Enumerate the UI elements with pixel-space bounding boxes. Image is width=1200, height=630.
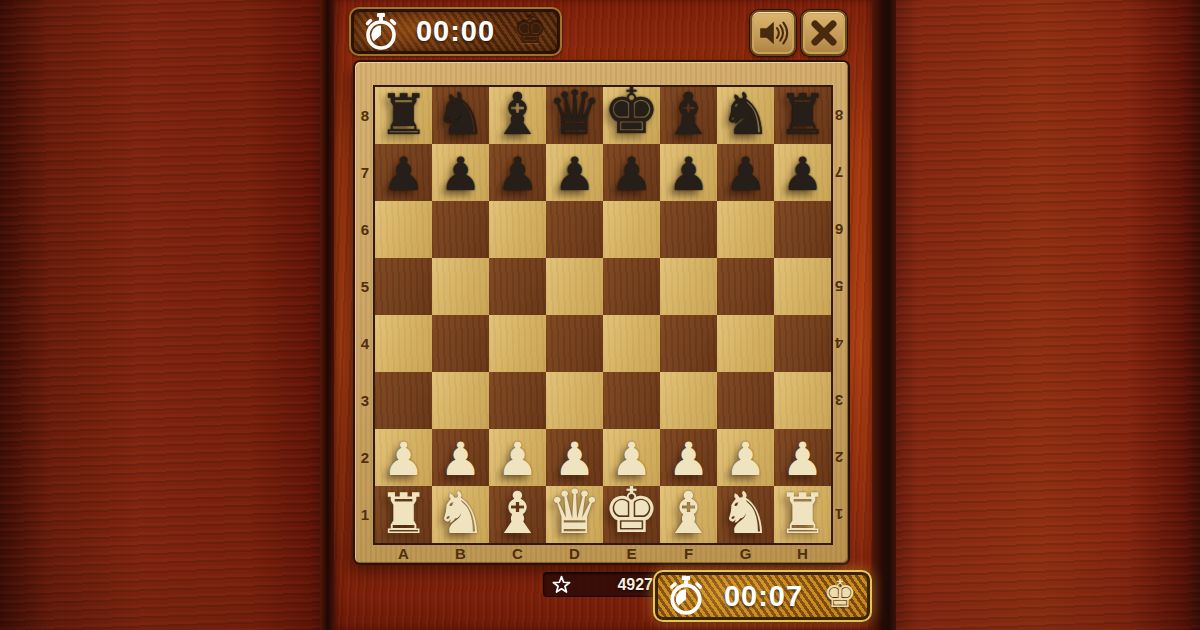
white-timer: 00:07 ♚ [653, 570, 872, 622]
piece-white-rook[interactable]: ♜ [378, 486, 428, 542]
piece-white-knight[interactable]: ♞ [435, 484, 487, 542]
square-g2[interactable]: ♟ [717, 429, 774, 486]
square-a2[interactable]: ♟ [375, 429, 432, 486]
square-b7[interactable]: ♟ [432, 144, 489, 201]
white-timer-value: 00:07 [724, 580, 803, 613]
file-label-e: E [603, 543, 660, 563]
square-d7[interactable]: ♟ [546, 144, 603, 201]
square-h8[interactable]: ♜ [774, 87, 831, 144]
rank-label-7: 7 [355, 144, 375, 201]
square-d5[interactable] [546, 258, 603, 315]
square-g5[interactable] [717, 258, 774, 315]
square-h3[interactable] [774, 372, 831, 429]
file-label-d: D [546, 543, 603, 563]
square-b2[interactable]: ♟ [432, 429, 489, 486]
rank-label-5: 5 [355, 258, 375, 315]
piece-black-rook[interactable]: ♜ [777, 87, 827, 143]
rank-label-1: 1 [355, 486, 375, 543]
square-d3[interactable] [546, 372, 603, 429]
rank-label-4: 4 [830, 315, 848, 372]
rank-label-6: 6 [355, 201, 375, 258]
piece-white-bishop[interactable]: ♝ [663, 484, 715, 542]
square-c6[interactable] [489, 201, 546, 258]
black-king-icon: ♚ [513, 11, 547, 49]
stopwatch-icon [668, 576, 704, 616]
square-c8[interactable]: ♝ [489, 87, 546, 144]
square-a6[interactable] [375, 201, 432, 258]
square-f1[interactable]: ♝ [660, 486, 717, 543]
rank-label-7: 7 [830, 144, 848, 201]
rank-labels-left: 87654321 [355, 87, 375, 543]
rank-label-2: 2 [355, 429, 375, 486]
piece-white-pawn[interactable]: ♟ [668, 436, 709, 482]
close-icon [809, 18, 839, 48]
piece-white-knight[interactable]: ♞ [720, 484, 772, 542]
piece-black-pawn[interactable]: ♟ [497, 151, 538, 197]
file-label-a: A [375, 543, 432, 563]
piece-black-pawn[interactable]: ♟ [554, 151, 595, 197]
square-g1[interactable]: ♞ [717, 486, 774, 543]
piece-white-pawn[interactable]: ♟ [782, 436, 823, 482]
sound-button[interactable] [750, 10, 796, 56]
star-icon [551, 574, 572, 595]
white-king-icon: ♚ [823, 575, 857, 613]
square-h2[interactable]: ♟ [774, 429, 831, 486]
chess-board: ♜♞♝♛♚♝♞♜♟♟♟♟♟♟♟♟♟♟♟♟♟♟♟♟♜♞♝♛♚♝♞♜ [355, 62, 848, 563]
rank-label-3: 3 [355, 372, 375, 429]
rank-label-8: 8 [355, 87, 375, 144]
square-d6[interactable] [546, 201, 603, 258]
close-button[interactable] [801, 10, 847, 56]
rank-labels-right: 87654321 [830, 87, 848, 543]
rank-label-3: 3 [830, 372, 848, 429]
piece-white-pawn[interactable]: ♟ [383, 436, 424, 482]
square-b1[interactable]: ♞ [432, 486, 489, 543]
square-f7[interactable]: ♟ [660, 144, 717, 201]
rank-label-8: 8 [830, 87, 848, 144]
piece-white-queen[interactable]: ♛ [547, 481, 602, 542]
square-e3[interactable] [603, 372, 660, 429]
square-e7[interactable]: ♟ [603, 144, 660, 201]
rank-label-5: 5 [830, 258, 848, 315]
piece-white-pawn[interactable]: ♟ [497, 436, 538, 482]
file-label-h: H [774, 543, 831, 563]
square-e8[interactable]: ♚ [603, 87, 660, 144]
square-d1[interactable]: ♛ [546, 486, 603, 543]
board-squares: ♜♞♝♛♚♝♞♜♟♟♟♟♟♟♟♟♟♟♟♟♟♟♟♟♜♞♝♛♚♝♞♜ [375, 87, 831, 543]
square-h1[interactable]: ♜ [774, 486, 831, 543]
rank-label-4: 4 [355, 315, 375, 372]
piece-black-pawn[interactable]: ♟ [611, 151, 652, 197]
square-a7[interactable]: ♟ [375, 144, 432, 201]
piece-white-king[interactable]: ♚ [603, 479, 659, 542]
piece-black-pawn[interactable]: ♟ [725, 151, 766, 197]
square-e4[interactable] [603, 315, 660, 372]
square-d4[interactable] [546, 315, 603, 372]
square-g6[interactable] [717, 201, 774, 258]
black-timer: 00:00 ♚ [349, 7, 562, 56]
square-c2[interactable]: ♟ [489, 429, 546, 486]
wood-groove-left [320, 0, 334, 630]
square-a5[interactable] [375, 258, 432, 315]
square-h7[interactable]: ♟ [774, 144, 831, 201]
wood-groove-right [872, 0, 896, 630]
stopwatch-icon [364, 13, 398, 51]
piece-black-knight[interactable]: ♞ [435, 85, 487, 143]
square-c5[interactable] [489, 258, 546, 315]
square-d8[interactable]: ♛ [546, 87, 603, 144]
square-f6[interactable] [660, 201, 717, 258]
square-a4[interactable] [375, 315, 432, 372]
piece-black-pawn[interactable]: ♟ [668, 151, 709, 197]
square-h5[interactable] [774, 258, 831, 315]
piece-black-bishop[interactable]: ♝ [663, 85, 715, 143]
square-b6[interactable] [432, 201, 489, 258]
square-a8[interactable]: ♜ [375, 87, 432, 144]
square-f4[interactable] [660, 315, 717, 372]
piece-black-pawn[interactable]: ♟ [782, 151, 823, 197]
piece-white-pawn[interactable]: ♟ [725, 436, 766, 482]
square-f3[interactable] [660, 372, 717, 429]
wood-background-right [878, 0, 1200, 630]
piece-black-pawn[interactable]: ♟ [440, 151, 481, 197]
square-b8[interactable]: ♞ [432, 87, 489, 144]
square-e1[interactable]: ♚ [603, 486, 660, 543]
square-e6[interactable] [603, 201, 660, 258]
piece-black-queen[interactable]: ♛ [547, 82, 602, 143]
score-value: 4927 [572, 576, 662, 594]
rank-label-2: 2 [830, 429, 848, 486]
file-label-g: G [717, 543, 774, 563]
square-g8[interactable]: ♞ [717, 87, 774, 144]
file-labels-bottom: ABCDEFGH [375, 543, 831, 563]
square-h6[interactable] [774, 201, 831, 258]
file-label-b: B [432, 543, 489, 563]
square-c1[interactable]: ♝ [489, 486, 546, 543]
piece-black-pawn[interactable]: ♟ [383, 151, 424, 197]
file-label-c: C [489, 543, 546, 563]
wood-background-left [0, 0, 330, 630]
square-c7[interactable]: ♟ [489, 144, 546, 201]
file-label-f: F [660, 543, 717, 563]
square-c4[interactable] [489, 315, 546, 372]
square-g4[interactable] [717, 315, 774, 372]
black-timer-value: 00:00 [416, 15, 495, 48]
square-b5[interactable] [432, 258, 489, 315]
rank-label-1: 1 [830, 486, 848, 543]
piece-white-bishop[interactable]: ♝ [492, 484, 544, 542]
square-a3[interactable] [375, 372, 432, 429]
piece-black-king[interactable]: ♚ [603, 80, 659, 143]
square-a1[interactable]: ♜ [375, 486, 432, 543]
piece-white-rook[interactable]: ♜ [777, 486, 827, 542]
square-f8[interactable]: ♝ [660, 87, 717, 144]
square-f5[interactable] [660, 258, 717, 315]
rank-label-6: 6 [830, 201, 848, 258]
piece-black-rook[interactable]: ♜ [378, 87, 428, 143]
square-b3[interactable] [432, 372, 489, 429]
square-f2[interactable]: ♟ [660, 429, 717, 486]
speaker-icon [757, 17, 789, 49]
piece-black-bishop[interactable]: ♝ [492, 85, 544, 143]
square-g3[interactable] [717, 372, 774, 429]
piece-black-knight[interactable]: ♞ [720, 85, 772, 143]
square-c3[interactable] [489, 372, 546, 429]
square-g7[interactable]: ♟ [717, 144, 774, 201]
piece-white-pawn[interactable]: ♟ [440, 436, 481, 482]
score-bar: 4927 [543, 572, 663, 597]
square-b4[interactable] [432, 315, 489, 372]
square-e5[interactable] [603, 258, 660, 315]
square-h4[interactable] [774, 315, 831, 372]
